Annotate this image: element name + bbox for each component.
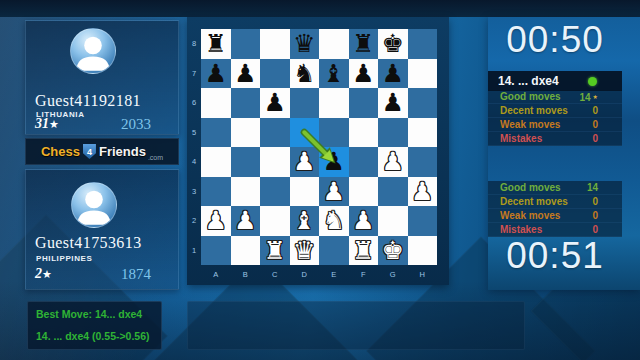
app-window: Guest41192181 LITHUANIA 31★ 2033 Chess 4… [0, 0, 640, 360]
avatar [71, 182, 117, 228]
file-label-g: G [378, 267, 408, 283]
square-e3[interactable]: ♟ [319, 177, 349, 207]
stat-label-weak: Weak moves [488, 210, 560, 221]
square-b5[interactable] [231, 118, 261, 148]
stat-row-mistake: Mistakes0 [488, 132, 622, 146]
square-a2[interactable]: ♟ [201, 206, 231, 236]
square-h7[interactable] [408, 59, 438, 89]
rank-label-8: 8 [187, 29, 201, 59]
piece-white-king[interactable]: ♚ [382, 236, 404, 266]
file-label-f: F [349, 267, 379, 283]
player-card-top: Guest41192181 LITHUANIA 31★ 2033 [25, 20, 179, 135]
stat-row-weak: Weak moves0 [488, 209, 622, 223]
square-f4[interactable] [349, 147, 379, 177]
stat-row-decent: Decent moves0 [488, 195, 622, 209]
square-f7[interactable]: ♟ [349, 59, 379, 89]
rank-label-2: 2 [187, 206, 201, 236]
square-a4[interactable] [201, 147, 231, 177]
square-g1[interactable]: ♚ [378, 236, 408, 266]
player-name: Guest41753613 [35, 234, 174, 252]
square-c5[interactable] [260, 118, 290, 148]
square-g7[interactable]: ♟ [378, 59, 408, 89]
piece-black-pawn[interactable]: ♟ [234, 59, 256, 89]
rank-label-1: 1 [187, 236, 201, 266]
square-c8[interactable] [260, 29, 290, 59]
stat-value-good: 14 [587, 181, 598, 194]
file-label-h: H [408, 267, 438, 283]
square-h2[interactable] [408, 206, 438, 236]
square-d8[interactable]: ♛ [290, 29, 320, 59]
clock-bottom: 00:51 [488, 235, 622, 277]
chess-board: 87654321 ABCDEFGH ♜♛♜♚♟♟♞♝♟♟♟♟♟♟♟♟♟♟♟♝♞♟… [187, 17, 449, 285]
piece-white-pawn[interactable]: ♟ [352, 206, 374, 236]
piece-white-knight[interactable]: ♞ [323, 206, 345, 236]
square-f2[interactable]: ♟ [349, 206, 379, 236]
stat-label-good: Good moves [488, 182, 561, 193]
rank-label-6: 6 [187, 88, 201, 118]
piece-white-pawn[interactable]: ♟ [323, 177, 345, 207]
star-icon: ★ [49, 118, 59, 131]
piece-black-pawn[interactable]: ♟ [264, 88, 286, 118]
square-d3[interactable] [290, 177, 320, 207]
square-c1[interactable]: ♜ [260, 236, 290, 266]
player-card-bottom: Guest41753613 PHILIPPINES 2★ 1874 [25, 169, 179, 290]
square-d6[interactable] [290, 88, 320, 118]
piece-black-king[interactable]: ♚ [382, 29, 404, 59]
stat-row-weak: Weak moves0 [488, 118, 622, 132]
piece-black-rook[interactable]: ♜ [352, 29, 374, 59]
stat-value-weak: 0 [592, 118, 598, 131]
stat-value-weak: 0 [592, 209, 598, 222]
square-f5[interactable] [349, 118, 379, 148]
square-a7[interactable]: ♟ [201, 59, 231, 89]
current-move-label: 14. ... dxe4 [488, 74, 559, 88]
square-d5[interactable] [290, 118, 320, 148]
clock-top: 00:50 [488, 19, 622, 61]
square-b3[interactable] [231, 177, 261, 207]
square-a8[interactable]: ♜ [201, 29, 231, 59]
square-f6[interactable] [349, 88, 379, 118]
piece-black-bishop[interactable]: ♝ [323, 59, 345, 89]
piece-white-pawn[interactable]: ♟ [411, 177, 433, 207]
square-b8[interactable] [231, 29, 261, 59]
square-d4[interactable]: ♟ [290, 147, 320, 177]
under-board-panel [187, 301, 525, 350]
player-stars: 31★ [35, 116, 59, 132]
square-e8[interactable] [319, 29, 349, 59]
square-b2[interactable]: ♟ [231, 206, 261, 236]
file-label-e: E [319, 267, 349, 283]
file-label-d: D [290, 267, 320, 283]
logo-text-com: .com [148, 154, 163, 161]
square-h6[interactable] [408, 88, 438, 118]
square-d1[interactable]: ♛ [290, 236, 320, 266]
square-b1[interactable] [231, 236, 261, 266]
piece-black-pawn[interactable]: ♟ [382, 59, 404, 89]
square-a3[interactable] [201, 177, 231, 207]
piece-white-pawn[interactable]: ♟ [382, 147, 404, 177]
piece-black-pawn[interactable]: ♟ [323, 147, 345, 177]
piece-white-rook[interactable]: ♜ [264, 236, 286, 266]
stat-value-mistake: 0 [592, 132, 598, 145]
square-d7[interactable]: ♞ [290, 59, 320, 89]
stat-row-good: Good moves14 [488, 181, 622, 195]
square-f3[interactable] [349, 177, 379, 207]
square-e5[interactable] [319, 118, 349, 148]
square-g2[interactable] [378, 206, 408, 236]
best-move-text: Best Move: 14... dxe4 [36, 308, 159, 320]
piece-white-pawn[interactable]: ♟ [205, 206, 227, 236]
square-c4[interactable] [260, 147, 290, 177]
stat-row-good: Good moves14★ [488, 90, 622, 104]
square-f8[interactable]: ♜ [349, 29, 379, 59]
square-h8[interactable] [408, 29, 438, 59]
stats-top-player: Good moves14★Decent moves0Weak moves0Mis… [488, 90, 622, 146]
stat-label-decent: Decent moves [488, 196, 568, 207]
rank-label-5: 5 [187, 118, 201, 148]
square-b6[interactable] [231, 88, 261, 118]
stat-label-good: Good moves [488, 91, 561, 102]
piece-black-rook[interactable]: ♜ [205, 29, 227, 59]
stat-value-decent: 0 [592, 104, 598, 117]
file-label-b: B [231, 267, 261, 283]
player-rating: 1874 [121, 266, 151, 283]
piece-white-bishop[interactable]: ♝ [293, 206, 315, 236]
piece-black-pawn[interactable]: ♟ [205, 59, 227, 89]
square-c2[interactable] [260, 206, 290, 236]
analysis-panel: 00:50 14. ... dxe4 Good moves14★Decent m… [488, 17, 640, 290]
square-h5[interactable] [408, 118, 438, 148]
square-a1[interactable] [201, 236, 231, 266]
piece-black-knight[interactable]: ♞ [293, 59, 315, 89]
logo-shield-icon: 4 [83, 144, 96, 159]
square-b7[interactable]: ♟ [231, 59, 261, 89]
stat-row-decent: Decent moves0 [488, 104, 622, 118]
current-move-row: 14. ... dxe4 [488, 71, 622, 91]
star-icon: ★ [42, 268, 52, 281]
board-squares: ♜♛♜♚♟♟♞♝♟♟♟♟♟♟♟♟♟♟♟♝♞♟♜♛♜♚ [201, 29, 437, 265]
square-e6[interactable] [319, 88, 349, 118]
best-move-panel: Best Move: 14... dxe4 14. ... dxe4 (0.55… [27, 301, 162, 350]
rank-label-3: 3 [187, 177, 201, 207]
square-g4[interactable]: ♟ [378, 147, 408, 177]
square-e1[interactable] [319, 236, 349, 266]
square-h4[interactable] [408, 147, 438, 177]
background-top-band [0, 0, 640, 17]
piece-white-pawn[interactable]: ♟ [234, 206, 256, 236]
square-g5[interactable] [378, 118, 408, 148]
square-h3[interactable]: ♟ [408, 177, 438, 207]
piece-black-pawn[interactable]: ♟ [352, 59, 374, 89]
stat-label-mistake: Mistakes [488, 133, 542, 144]
stats-bottom-player: Good moves14Decent moves0Weak moves0Mist… [488, 181, 622, 237]
piece-black-pawn[interactable]: ♟ [382, 88, 404, 118]
square-e2[interactable]: ♞ [319, 206, 349, 236]
square-g6[interactable]: ♟ [378, 88, 408, 118]
piece-white-pawn[interactable]: ♟ [293, 147, 315, 177]
piece-white-rook[interactable]: ♜ [352, 236, 374, 266]
piece-black-queen[interactable]: ♛ [293, 29, 315, 59]
stat-label-decent: Decent moves [488, 105, 568, 116]
played-move-eval-text: 14. ... dxe4 (0.55->0.56) [36, 330, 159, 342]
square-e4[interactable]: ♟ [319, 147, 349, 177]
square-c7[interactable] [260, 59, 290, 89]
player-country: PHILIPPINES [36, 254, 92, 263]
player-rating: 2033 [121, 116, 151, 133]
stat-value-decent: 0 [592, 195, 598, 208]
square-b4[interactable] [231, 147, 261, 177]
square-g8[interactable]: ♚ [378, 29, 408, 59]
file-label-c: C [260, 267, 290, 283]
file-label-a: A [201, 267, 231, 283]
square-g3[interactable] [378, 177, 408, 207]
logo-text-friends: Friends [99, 144, 146, 159]
star-icon: ★ [593, 93, 598, 100]
square-c6[interactable]: ♟ [260, 88, 290, 118]
player-stars: 2★ [35, 266, 52, 282]
square-a5[interactable] [201, 118, 231, 148]
square-d2[interactable]: ♝ [290, 206, 320, 236]
rank-label-4: 4 [187, 147, 201, 177]
stat-label-weak: Weak moves [488, 119, 560, 130]
square-e7[interactable]: ♝ [319, 59, 349, 89]
chess4friends-logo[interactable]: Chess 4 Friends .com [25, 138, 179, 165]
logo-text-chess: Chess [41, 144, 80, 159]
square-c3[interactable] [260, 177, 290, 207]
stat-label-mistake: Mistakes [488, 224, 542, 235]
square-f1[interactable]: ♜ [349, 236, 379, 266]
piece-white-queen[interactable]: ♛ [293, 236, 315, 266]
player-name: Guest41192181 [35, 92, 174, 110]
avatar [70, 28, 116, 74]
square-a6[interactable] [201, 88, 231, 118]
stat-value-good: 14★ [579, 90, 598, 104]
rank-label-7: 7 [187, 59, 201, 89]
active-move-dot-icon [588, 77, 597, 86]
square-h1[interactable] [408, 236, 438, 266]
